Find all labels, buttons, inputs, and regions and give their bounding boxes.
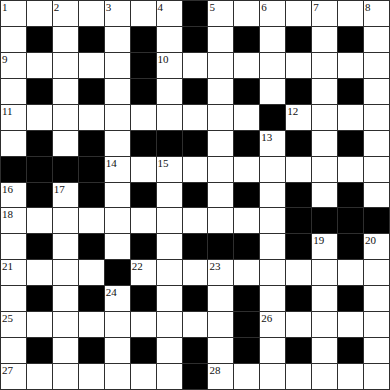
clue-number-14: 14 — [106, 157, 117, 169]
cell-r1c2[interactable] — [53, 27, 78, 52]
cell-r4c1[interactable] — [27, 105, 52, 130]
cell-r12c6[interactable] — [157, 312, 182, 337]
cell-r7c0[interactable]: 16 — [1, 183, 26, 208]
block-cell-r12c9 — [234, 312, 259, 337]
cell-r2c14[interactable] — [364, 53, 389, 78]
block-cell-r3c9 — [234, 79, 259, 104]
cell-r1c0[interactable] — [1, 27, 26, 52]
cell-r0c13[interactable] — [338, 1, 363, 26]
crossword-puzzle: 1234567891011121314151617181920212223242… — [0, 0, 390, 390]
block-cell-r7c9 — [234, 183, 259, 208]
block-cell-r13c11 — [286, 338, 311, 363]
cell-r11c8[interactable] — [208, 286, 233, 311]
block-cell-r7c7 — [183, 183, 208, 208]
block-cell-r14c7 — [183, 364, 208, 389]
clue-number-7: 7 — [313, 1, 319, 13]
cell-r2c9[interactable] — [234, 53, 259, 78]
cell-r4c5[interactable] — [131, 105, 156, 130]
cell-r10c7[interactable] — [183, 260, 208, 285]
cell-r14c6[interactable] — [157, 364, 182, 389]
block-cell-r0c7 — [183, 1, 208, 26]
cell-r0c3[interactable] — [79, 1, 104, 26]
cell-r6c5[interactable] — [131, 157, 156, 182]
block-cell-r9c9 — [234, 234, 259, 259]
cell-r8c7[interactable] — [183, 208, 208, 233]
block-cell-r5c7 — [183, 131, 208, 156]
block-cell-r9c3 — [79, 234, 104, 259]
block-cell-r11c9 — [234, 286, 259, 311]
clue-number-9: 9 — [2, 53, 8, 65]
cell-r4c12[interactable] — [312, 105, 337, 130]
cell-r13c2[interactable] — [53, 338, 78, 363]
cell-r5c4[interactable] — [105, 131, 130, 156]
cell-r2c0[interactable]: 9 — [1, 53, 26, 78]
block-cell-r5c9 — [234, 131, 259, 156]
block-cell-r5c1 — [27, 131, 52, 156]
cell-r11c14[interactable] — [364, 286, 389, 311]
cell-r4c6[interactable] — [157, 105, 182, 130]
cell-r12c2[interactable] — [53, 312, 78, 337]
cell-r5c14[interactable] — [364, 131, 389, 156]
cell-r4c0[interactable]: 11 — [1, 105, 26, 130]
clue-number-2: 2 — [54, 1, 60, 13]
cell-r9c0[interactable] — [1, 234, 26, 259]
cell-r12c12[interactable] — [312, 312, 337, 337]
cell-r6c7[interactable] — [183, 157, 208, 182]
block-cell-r8c14 — [364, 208, 389, 233]
cell-r8c9[interactable] — [234, 208, 259, 233]
cell-r2c3[interactable] — [79, 53, 104, 78]
block-cell-r9c7 — [183, 234, 208, 259]
cell-r2c11[interactable] — [286, 53, 311, 78]
block-cell-r8c11 — [286, 208, 311, 233]
block-cell-r11c3 — [79, 286, 104, 311]
cell-r4c11[interactable]: 12 — [286, 105, 311, 130]
block-cell-r7c3 — [79, 183, 104, 208]
cell-r5c2[interactable] — [53, 131, 78, 156]
block-cell-r2c5 — [131, 53, 156, 78]
cell-r14c13[interactable] — [338, 364, 363, 389]
cell-r6c4[interactable]: 14 — [105, 157, 130, 182]
clue-number-20: 20 — [365, 234, 376, 246]
cell-r1c12[interactable] — [312, 27, 337, 52]
cell-r2c8[interactable] — [208, 53, 233, 78]
cell-r4c3[interactable] — [79, 105, 104, 130]
block-cell-r1c1 — [27, 27, 52, 52]
cell-r14c1[interactable] — [27, 364, 52, 389]
cell-r8c5[interactable] — [131, 208, 156, 233]
cell-r12c3[interactable] — [79, 312, 104, 337]
cell-r2c10[interactable] — [260, 53, 285, 78]
block-cell-r5c11 — [286, 131, 311, 156]
cell-r2c2[interactable] — [53, 53, 78, 78]
cell-r6c6[interactable]: 15 — [157, 157, 182, 182]
block-cell-r1c9 — [234, 27, 259, 52]
cell-r2c13[interactable] — [338, 53, 363, 78]
block-cell-r1c7 — [183, 27, 208, 52]
clue-number-8: 8 — [365, 1, 371, 13]
clue-number-12: 12 — [287, 105, 298, 117]
cell-r10c2[interactable] — [53, 260, 78, 285]
cell-r11c12[interactable] — [312, 286, 337, 311]
cell-r6c12[interactable] — [312, 157, 337, 182]
cell-r4c4[interactable] — [105, 105, 130, 130]
block-cell-r8c12 — [312, 208, 337, 233]
cell-r9c12[interactable]: 19 — [312, 234, 337, 259]
cell-r8c0[interactable]: 18 — [1, 208, 26, 233]
cell-r3c6[interactable] — [157, 79, 182, 104]
cell-r2c12[interactable] — [312, 53, 337, 78]
block-cell-r4c10 — [260, 105, 285, 130]
cell-r5c0[interactable] — [1, 131, 26, 156]
clue-number-3: 3 — [106, 1, 112, 13]
cell-r10c11[interactable] — [286, 260, 311, 285]
cell-r14c12[interactable] — [312, 364, 337, 389]
cell-r14c9[interactable] — [234, 364, 259, 389]
block-cell-r3c7 — [183, 79, 208, 104]
cell-r14c0[interactable]: 27 — [1, 364, 26, 389]
block-cell-r5c3 — [79, 131, 104, 156]
block-cell-r11c7 — [183, 286, 208, 311]
block-cell-r1c11 — [286, 27, 311, 52]
cell-r3c8[interactable] — [208, 79, 233, 104]
cell-r8c2[interactable] — [53, 208, 78, 233]
cell-r3c0[interactable] — [1, 79, 26, 104]
cell-r14c11[interactable] — [286, 364, 311, 389]
block-cell-r11c1 — [27, 286, 52, 311]
cell-r10c12[interactable] — [312, 260, 337, 285]
cell-r2c4[interactable] — [105, 53, 130, 78]
block-cell-r3c11 — [286, 79, 311, 104]
clue-number-19: 19 — [313, 234, 324, 246]
cell-r13c6[interactable] — [157, 338, 182, 363]
block-cell-r3c13 — [338, 79, 363, 104]
block-cell-r9c8 — [208, 234, 233, 259]
cell-r2c7[interactable] — [183, 53, 208, 78]
cell-r3c10[interactable] — [260, 79, 285, 104]
cell-r14c14[interactable] — [364, 364, 389, 389]
cell-r12c8[interactable] — [208, 312, 233, 337]
cell-r6c8[interactable] — [208, 157, 233, 182]
cell-r0c0[interactable]: 1 — [1, 1, 26, 26]
block-cell-r9c11 — [286, 234, 311, 259]
cell-r3c2[interactable] — [53, 79, 78, 104]
cell-r0c9[interactable] — [234, 1, 259, 26]
cell-r7c10[interactable] — [260, 183, 285, 208]
cell-r10c0[interactable]: 21 — [1, 260, 26, 285]
clue-number-21: 21 — [2, 260, 13, 272]
cell-r2c1[interactable] — [27, 53, 52, 78]
block-cell-r13c9 — [234, 338, 259, 363]
cell-r6c14[interactable] — [364, 157, 389, 182]
block-cell-r8c13 — [338, 208, 363, 233]
clue-number-1: 1 — [2, 1, 8, 13]
block-cell-r13c3 — [79, 338, 104, 363]
cell-r8c4[interactable] — [105, 208, 130, 233]
cell-r13c4[interactable] — [105, 338, 130, 363]
clue-number-10: 10 — [158, 53, 169, 65]
cell-r10c13[interactable] — [338, 260, 363, 285]
block-cell-r1c3 — [79, 27, 104, 52]
cell-r10c10[interactable] — [260, 260, 285, 285]
clue-number-11: 11 — [2, 105, 13, 117]
cell-r12c11[interactable] — [286, 312, 311, 337]
cell-r12c0[interactable]: 25 — [1, 312, 26, 337]
cell-r10c1[interactable] — [27, 260, 52, 285]
cell-r1c6[interactable] — [157, 27, 182, 52]
cell-r14c3[interactable] — [79, 364, 104, 389]
cell-r6c9[interactable] — [234, 157, 259, 182]
clue-number-25: 25 — [2, 312, 13, 324]
crossword-grid: 1234567891011121314151617181920212223242… — [0, 0, 390, 390]
cell-r8c6[interactable] — [157, 208, 182, 233]
cell-r7c14[interactable] — [364, 183, 389, 208]
cell-r12c4[interactable] — [105, 312, 130, 337]
block-cell-r7c11 — [286, 183, 311, 208]
cell-r9c4[interactable] — [105, 234, 130, 259]
cell-r12c14[interactable] — [364, 312, 389, 337]
cell-r11c4[interactable]: 24 — [105, 286, 130, 311]
block-cell-r1c13 — [338, 27, 363, 52]
clue-number-6: 6 — [261, 1, 267, 13]
clue-number-5: 5 — [209, 1, 215, 13]
cell-r0c6[interactable]: 4 — [157, 1, 182, 26]
cell-r8c10[interactable] — [260, 208, 285, 233]
cell-r9c2[interactable] — [53, 234, 78, 259]
cell-r8c1[interactable] — [27, 208, 52, 233]
cell-r13c14[interactable] — [364, 338, 389, 363]
cell-r3c12[interactable] — [312, 79, 337, 104]
cell-r11c2[interactable] — [53, 286, 78, 311]
cell-r3c14[interactable] — [364, 79, 389, 104]
cell-r14c5[interactable] — [131, 364, 156, 389]
cell-r12c5[interactable] — [131, 312, 156, 337]
cell-r1c14[interactable] — [364, 27, 389, 52]
block-cell-r5c5 — [131, 131, 156, 156]
block-cell-r6c1 — [27, 157, 52, 182]
cell-r2c6[interactable]: 10 — [157, 53, 182, 78]
cell-r12c13[interactable] — [338, 312, 363, 337]
cell-r1c10[interactable] — [260, 27, 285, 52]
cell-r7c2[interactable]: 17 — [53, 183, 78, 208]
cell-r7c8[interactable] — [208, 183, 233, 208]
block-cell-r3c3 — [79, 79, 104, 104]
cell-r6c11[interactable] — [286, 157, 311, 182]
cell-r0c14[interactable]: 8 — [364, 1, 389, 26]
block-cell-r1c5 — [131, 27, 156, 52]
cell-r8c3[interactable] — [79, 208, 104, 233]
cell-r13c12[interactable] — [312, 338, 337, 363]
block-cell-r13c7 — [183, 338, 208, 363]
block-cell-r5c13 — [338, 131, 363, 156]
clue-number-4: 4 — [158, 1, 164, 13]
cell-r14c2[interactable] — [53, 364, 78, 389]
block-cell-r9c5 — [131, 234, 156, 259]
cell-r0c5[interactable] — [131, 1, 156, 26]
block-cell-r3c1 — [27, 79, 52, 104]
cell-r10c5[interactable]: 22 — [131, 260, 156, 285]
cell-r5c10[interactable]: 13 — [260, 131, 285, 156]
block-cell-r5c6 — [157, 131, 182, 156]
cell-r4c14[interactable] — [364, 105, 389, 130]
cell-r13c0[interactable] — [1, 338, 26, 363]
cell-r13c8[interactable] — [208, 338, 233, 363]
cell-r10c9[interactable] — [234, 260, 259, 285]
cell-r9c14[interactable]: 20 — [364, 234, 389, 259]
clue-number-27: 27 — [2, 364, 13, 376]
cell-r10c3[interactable] — [79, 260, 104, 285]
clue-number-26: 26 — [261, 312, 272, 324]
cell-r14c10[interactable] — [260, 364, 285, 389]
cell-r4c2[interactable] — [53, 105, 78, 130]
clue-number-15: 15 — [158, 157, 169, 169]
block-cell-r11c13 — [338, 286, 363, 311]
cell-r9c10[interactable] — [260, 234, 285, 259]
cell-r0c10[interactable]: 6 — [260, 1, 285, 26]
block-cell-r3c5 — [131, 79, 156, 104]
cell-r11c10[interactable] — [260, 286, 285, 311]
cell-r6c10[interactable] — [260, 157, 285, 182]
cell-r7c12[interactable] — [312, 183, 337, 208]
clue-number-17: 17 — [54, 183, 65, 195]
clue-number-22: 22 — [132, 260, 143, 272]
cell-r0c4[interactable]: 3 — [105, 1, 130, 26]
block-cell-r11c11 — [286, 286, 311, 311]
cell-r4c9[interactable] — [234, 105, 259, 130]
cell-r11c6[interactable] — [157, 286, 182, 311]
block-cell-r11c5 — [131, 286, 156, 311]
block-cell-r10c4 — [105, 260, 130, 285]
cell-r5c8[interactable] — [208, 131, 233, 156]
block-cell-r7c13 — [338, 183, 363, 208]
cell-r5c12[interactable] — [312, 131, 337, 156]
cell-r12c10[interactable]: 26 — [260, 312, 285, 337]
cell-r11c0[interactable] — [1, 286, 26, 311]
cell-r0c12[interactable]: 7 — [312, 1, 337, 26]
clue-number-13: 13 — [261, 131, 272, 143]
cell-r12c1[interactable] — [27, 312, 52, 337]
cell-r13c10[interactable] — [260, 338, 285, 363]
cell-r0c11[interactable] — [286, 1, 311, 26]
cell-r0c8[interactable]: 5 — [208, 1, 233, 26]
cell-r0c1[interactable] — [27, 1, 52, 26]
cell-r12c7[interactable] — [183, 312, 208, 337]
cell-r10c14[interactable] — [364, 260, 389, 285]
cell-r10c8[interactable]: 23 — [208, 260, 233, 285]
clue-number-28: 28 — [209, 364, 220, 376]
clue-number-24: 24 — [106, 286, 117, 298]
cell-r10c6[interactable] — [157, 260, 182, 285]
block-cell-r7c1 — [27, 183, 52, 208]
cell-r9c6[interactable] — [157, 234, 182, 259]
clue-number-23: 23 — [209, 260, 220, 272]
block-cell-r6c2 — [53, 157, 78, 182]
cell-r0c2[interactable]: 2 — [53, 1, 78, 26]
clue-number-18: 18 — [2, 208, 13, 220]
clue-number-16: 16 — [2, 183, 13, 195]
cell-r1c4[interactable] — [105, 27, 130, 52]
block-cell-r6c0 — [1, 157, 26, 182]
cell-r4c7[interactable] — [183, 105, 208, 130]
cell-r14c8[interactable]: 28 — [208, 364, 233, 389]
block-cell-r13c1 — [27, 338, 52, 363]
block-cell-r6c3 — [79, 157, 104, 182]
block-cell-r9c13 — [338, 234, 363, 259]
cell-r14c4[interactable] — [105, 364, 130, 389]
block-cell-r7c5 — [131, 183, 156, 208]
block-cell-r9c1 — [27, 234, 52, 259]
cell-r3c4[interactable] — [105, 79, 130, 104]
cell-r4c13[interactable] — [338, 105, 363, 130]
block-cell-r13c5 — [131, 338, 156, 363]
cell-r7c4[interactable] — [105, 183, 130, 208]
cell-r1c8[interactable] — [208, 27, 233, 52]
cell-r7c6[interactable] — [157, 183, 182, 208]
cell-r6c13[interactable] — [338, 157, 363, 182]
cell-r8c8[interactable] — [208, 208, 233, 233]
cell-r4c8[interactable] — [208, 105, 233, 130]
block-cell-r13c13 — [338, 338, 363, 363]
